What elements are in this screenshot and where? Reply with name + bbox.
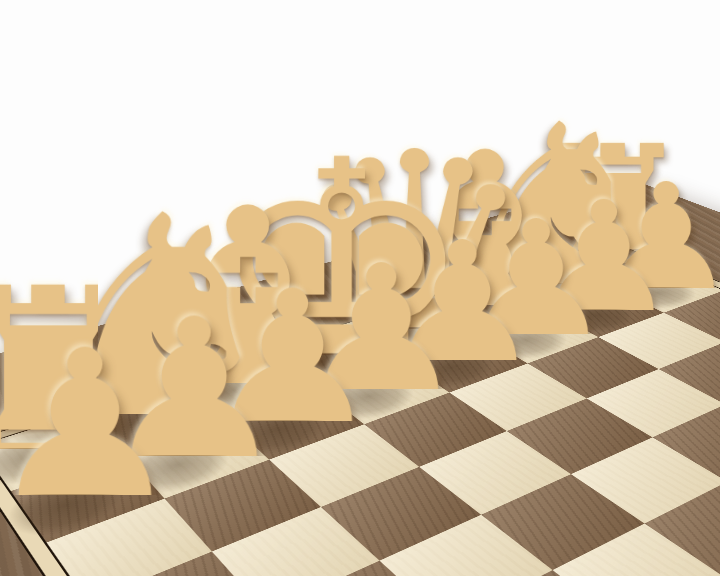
chess-board: ♜♞♝♚♛♝♞♜♟♟♟♟♟♟♟♟ [0, 179, 720, 576]
chess-set-photo: ♜♞♝♚♛♝♞♜♟♟♟♟♟♟♟♟ [0, 0, 720, 576]
pawn-glyph: ♟ [0, 275, 239, 496]
